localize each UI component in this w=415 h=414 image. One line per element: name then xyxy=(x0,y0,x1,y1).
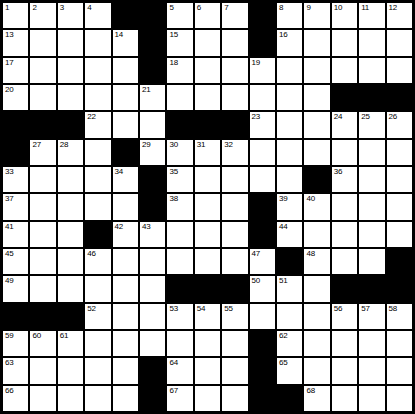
cell-r4c11[interactable] xyxy=(277,85,302,110)
cell-r12c3-black xyxy=(58,304,83,329)
cell-r13c4[interactable] xyxy=(85,331,110,356)
cell-r1c8[interactable]: 6 xyxy=(195,3,220,28)
cell-r10c5[interactable] xyxy=(113,249,138,274)
cell-r14c10-black xyxy=(250,358,275,383)
cell-r15c2[interactable] xyxy=(30,386,55,411)
cell-r10c11-black xyxy=(277,249,302,274)
cell-r2c12[interactable] xyxy=(304,30,329,55)
clue-number-66: 66 xyxy=(5,387,14,395)
cell-r9c9[interactable] xyxy=(222,222,247,247)
cell-r3c1[interactable]: 17 xyxy=(3,58,28,83)
clue-number-17: 17 xyxy=(5,59,14,67)
cell-r10c2[interactable] xyxy=(30,249,55,274)
clue-number-32: 32 xyxy=(224,141,233,149)
cell-r14c14[interactable] xyxy=(359,358,384,383)
cell-r6c3[interactable]: 28 xyxy=(58,140,83,165)
cell-r9c7[interactable] xyxy=(167,222,192,247)
cell-r15c4[interactable] xyxy=(85,386,110,411)
cell-r9c11[interactable]: 44 xyxy=(277,222,302,247)
cell-r8c9[interactable] xyxy=(222,194,247,219)
cell-r14c7[interactable]: 64 xyxy=(167,358,192,383)
clue-number-65: 65 xyxy=(279,359,288,367)
clue-number-21: 21 xyxy=(142,86,151,94)
cell-r1c6-black xyxy=(140,3,165,28)
clue-number-18: 18 xyxy=(169,59,178,67)
cell-r7c11[interactable] xyxy=(277,167,302,192)
cell-r15c9[interactable] xyxy=(222,386,247,411)
clue-number-6: 6 xyxy=(197,4,201,12)
cell-r4c14-black xyxy=(359,85,384,110)
cell-r3c10[interactable]: 19 xyxy=(250,58,275,83)
cell-r14c2[interactable] xyxy=(30,358,55,383)
cell-r9c5[interactable]: 42 xyxy=(113,222,138,247)
cell-r13c13[interactable] xyxy=(332,331,357,356)
cell-r10c12[interactable]: 48 xyxy=(304,249,329,274)
clue-number-12: 12 xyxy=(389,4,398,12)
clue-number-14: 14 xyxy=(115,31,124,39)
cell-r1c1[interactable]: 1 xyxy=(3,3,28,28)
cell-r14c9[interactable] xyxy=(222,358,247,383)
clue-number-53: 53 xyxy=(169,305,178,313)
clue-number-4: 4 xyxy=(87,4,91,12)
cell-r10c9[interactable] xyxy=(222,249,247,274)
clue-number-39: 39 xyxy=(279,195,288,203)
cell-r7c14[interactable] xyxy=(359,167,384,192)
cell-r14c15[interactable] xyxy=(387,358,412,383)
clue-number-62: 62 xyxy=(279,332,288,340)
cell-r10c7[interactable] xyxy=(167,249,192,274)
cell-r8c13[interactable] xyxy=(332,194,357,219)
cell-r11c5[interactable] xyxy=(113,276,138,301)
cell-r13c7[interactable] xyxy=(167,331,192,356)
cell-r3c8[interactable] xyxy=(195,58,220,83)
cell-r1c14[interactable]: 11 xyxy=(359,3,384,28)
cell-r10c4[interactable]: 46 xyxy=(85,249,110,274)
cell-r8c8[interactable] xyxy=(195,194,220,219)
cell-r14c8[interactable] xyxy=(195,358,220,383)
cell-r4c9[interactable] xyxy=(222,85,247,110)
cell-r14c6-black xyxy=(140,358,165,383)
cell-r6c1-black xyxy=(3,140,28,165)
cell-r5c14[interactable]: 25 xyxy=(359,112,384,137)
cell-r14c11[interactable]: 65 xyxy=(277,358,302,383)
cell-r13c8[interactable] xyxy=(195,331,220,356)
cell-r8c5[interactable] xyxy=(113,194,138,219)
clue-number-47: 47 xyxy=(252,250,261,258)
cell-r12c8[interactable]: 54 xyxy=(195,304,220,329)
cell-r13c12[interactable] xyxy=(304,331,329,356)
cell-r9c15[interactable] xyxy=(387,222,412,247)
cell-r5c10[interactable]: 23 xyxy=(250,112,275,137)
cell-r1c13[interactable]: 10 xyxy=(332,3,357,28)
cell-r1c2[interactable]: 2 xyxy=(30,3,55,28)
cell-r1c12[interactable]: 9 xyxy=(304,3,329,28)
cell-r10c15-black xyxy=(387,249,412,274)
cell-r11c10[interactable]: 50 xyxy=(250,276,275,301)
cell-r9c2[interactable] xyxy=(30,222,55,247)
cell-r8c2[interactable] xyxy=(30,194,55,219)
cell-r11c4[interactable] xyxy=(85,276,110,301)
cell-r6c15[interactable] xyxy=(387,140,412,165)
cell-r12c12[interactable] xyxy=(304,304,329,329)
cell-r6c12[interactable] xyxy=(304,140,329,165)
cell-r11c3[interactable] xyxy=(58,276,83,301)
cell-r9c8[interactable] xyxy=(195,222,220,247)
cell-r12c9[interactable]: 55 xyxy=(222,304,247,329)
cell-r2c15[interactable] xyxy=(387,30,412,55)
cell-r15c12[interactable]: 68 xyxy=(304,386,329,411)
cell-r15c6-black xyxy=(140,386,165,411)
cell-r3c3[interactable] xyxy=(58,58,83,83)
cell-r2c14[interactable] xyxy=(359,30,384,55)
cell-r13c2[interactable]: 60 xyxy=(30,331,55,356)
clue-number-29: 29 xyxy=(142,141,151,149)
clue-number-37: 37 xyxy=(5,195,14,203)
cell-r2c2[interactable] xyxy=(30,30,55,55)
cell-r15c14[interactable] xyxy=(359,386,384,411)
cell-r9c13[interactable] xyxy=(332,222,357,247)
cell-r5c12[interactable] xyxy=(304,112,329,137)
cell-r3c4[interactable] xyxy=(85,58,110,83)
cell-r9c14[interactable] xyxy=(359,222,384,247)
clue-number-50: 50 xyxy=(252,277,261,285)
cell-r15c7[interactable]: 67 xyxy=(167,386,192,411)
cell-r12c15[interactable]: 58 xyxy=(387,304,412,329)
clue-number-51: 51 xyxy=(279,277,288,285)
cell-r1c3[interactable]: 3 xyxy=(58,3,83,28)
cell-r11c6[interactable] xyxy=(140,276,165,301)
cell-r14c13[interactable] xyxy=(332,358,357,383)
clue-number-11: 11 xyxy=(361,4,369,12)
cell-r5c2-black xyxy=(30,112,55,137)
cell-r13c15[interactable] xyxy=(387,331,412,356)
cell-r7c3[interactable] xyxy=(58,167,83,192)
cell-r5c11[interactable] xyxy=(277,112,302,137)
cell-r2c8[interactable] xyxy=(195,30,220,55)
cell-r9c3[interactable] xyxy=(58,222,83,247)
clue-number-44: 44 xyxy=(279,223,288,231)
cell-r3c15[interactable] xyxy=(387,58,412,83)
clue-number-40: 40 xyxy=(306,195,315,203)
cell-r7c1[interactable]: 33 xyxy=(3,167,28,192)
clue-number-33: 33 xyxy=(5,168,14,176)
cell-r4c15-black xyxy=(387,85,412,110)
clue-number-64: 64 xyxy=(169,359,178,367)
cell-r8c12[interactable]: 40 xyxy=(304,194,329,219)
clue-number-60: 60 xyxy=(32,332,41,340)
cell-r6c13[interactable] xyxy=(332,140,357,165)
cell-r7c13[interactable]: 36 xyxy=(332,167,357,192)
clue-number-59: 59 xyxy=(5,332,14,340)
clue-number-34: 34 xyxy=(115,168,124,176)
clue-number-28: 28 xyxy=(60,141,69,149)
clue-number-15: 15 xyxy=(169,31,178,39)
clue-number-24: 24 xyxy=(334,113,343,121)
cell-r3c5[interactable] xyxy=(113,58,138,83)
cell-r12c5[interactable] xyxy=(113,304,138,329)
cell-r11c11[interactable]: 51 xyxy=(277,276,302,301)
clue-number-23: 23 xyxy=(252,113,261,121)
clue-number-8: 8 xyxy=(279,4,283,12)
clue-number-58: 58 xyxy=(389,305,398,313)
cell-r3c9[interactable] xyxy=(222,58,247,83)
cell-r5c1-black xyxy=(3,112,28,137)
clue-number-25: 25 xyxy=(361,113,370,121)
clue-number-30: 30 xyxy=(169,141,178,149)
clue-number-54: 54 xyxy=(197,305,206,313)
cell-r7c9[interactable] xyxy=(222,167,247,192)
cell-r12c10[interactable] xyxy=(250,304,275,329)
clue-number-19: 19 xyxy=(252,59,261,67)
clue-number-49: 49 xyxy=(5,277,14,285)
clue-number-22: 22 xyxy=(87,113,96,121)
cell-r12c2-black xyxy=(30,304,55,329)
cell-r10c6[interactable] xyxy=(140,249,165,274)
cell-r14c5[interactable] xyxy=(113,358,138,383)
cell-r13c10-black xyxy=(250,331,275,356)
clue-number-45: 45 xyxy=(5,250,14,258)
cell-r7c7[interactable]: 35 xyxy=(167,167,192,192)
cell-r9c12[interactable] xyxy=(304,222,329,247)
cell-r1c15[interactable]: 12 xyxy=(387,3,412,28)
cell-r6c6[interactable]: 29 xyxy=(140,140,165,165)
cell-r12c11[interactable] xyxy=(277,304,302,329)
cell-r13c9[interactable] xyxy=(222,331,247,356)
clue-number-26: 26 xyxy=(389,113,398,121)
clue-number-1: 1 xyxy=(5,4,9,12)
clue-number-3: 3 xyxy=(60,4,64,12)
cell-r5c4[interactable]: 22 xyxy=(85,112,110,137)
clue-number-16: 16 xyxy=(279,31,288,39)
clue-number-20: 20 xyxy=(5,86,14,94)
clue-number-35: 35 xyxy=(169,168,178,176)
cell-r6c2[interactable]: 27 xyxy=(30,140,55,165)
cell-r2c5[interactable]: 14 xyxy=(113,30,138,55)
cell-r11c12[interactable] xyxy=(304,276,329,301)
cell-r8c14[interactable] xyxy=(359,194,384,219)
cell-r6c8[interactable]: 31 xyxy=(195,140,220,165)
cell-r13c5[interactable] xyxy=(113,331,138,356)
clue-number-57: 57 xyxy=(361,305,370,313)
cell-r2c6-black xyxy=(140,30,165,55)
cell-r2c9[interactable] xyxy=(222,30,247,55)
clue-number-2: 2 xyxy=(32,4,36,12)
cell-r14c12[interactable] xyxy=(304,358,329,383)
cell-r14c1[interactable]: 63 xyxy=(3,358,28,383)
clue-number-56: 56 xyxy=(334,305,343,313)
cell-r8c15[interactable] xyxy=(387,194,412,219)
cell-r15c1[interactable]: 66 xyxy=(3,386,28,411)
cell-r10c3[interactable] xyxy=(58,249,83,274)
cell-r15c3[interactable] xyxy=(58,386,83,411)
cell-r8c7[interactable]: 38 xyxy=(167,194,192,219)
cell-r7c2[interactable] xyxy=(30,167,55,192)
cell-r11c9-black xyxy=(222,276,247,301)
cell-r5c3-black xyxy=(58,112,83,137)
cell-r3c7[interactable]: 18 xyxy=(167,58,192,83)
cell-r1c10-black xyxy=(250,3,275,28)
cell-r12c14[interactable]: 57 xyxy=(359,304,384,329)
crossword-board: 1234567891011121314151617181920212223242… xyxy=(0,0,415,414)
cell-r8c11[interactable]: 39 xyxy=(277,194,302,219)
cell-r15c10-black xyxy=(250,386,275,411)
cell-r6c7[interactable]: 30 xyxy=(167,140,192,165)
clue-number-31: 31 xyxy=(197,141,206,149)
cell-r2c13[interactable] xyxy=(332,30,357,55)
cell-r10c14[interactable] xyxy=(359,249,384,274)
cell-r2c7[interactable]: 15 xyxy=(167,30,192,55)
cell-r7c10[interactable] xyxy=(250,167,275,192)
cell-r6c5-black xyxy=(113,140,138,165)
clue-number-10: 10 xyxy=(334,4,343,12)
clue-number-36: 36 xyxy=(334,168,343,176)
cell-r6c9[interactable]: 32 xyxy=(222,140,247,165)
clue-number-68: 68 xyxy=(306,387,315,395)
cell-r1c5-black xyxy=(113,3,138,28)
cell-r2c3[interactable] xyxy=(58,30,83,55)
clue-number-38: 38 xyxy=(169,195,178,203)
cell-r2c10-black xyxy=(250,30,275,55)
cell-r2c11[interactable]: 16 xyxy=(277,30,302,55)
clue-number-42: 42 xyxy=(115,223,124,231)
cell-r12c7[interactable]: 53 xyxy=(167,304,192,329)
cell-r14c4[interactable] xyxy=(85,358,110,383)
cell-r11c15-black xyxy=(387,276,412,301)
cell-r11c13-black xyxy=(332,276,357,301)
cell-r4c7[interactable] xyxy=(167,85,192,110)
cell-r13c14[interactable] xyxy=(359,331,384,356)
cell-r10c8[interactable] xyxy=(195,249,220,274)
cell-r6c4[interactable] xyxy=(85,140,110,165)
cell-r6c14[interactable] xyxy=(359,140,384,165)
cell-r6c11[interactable] xyxy=(277,140,302,165)
clue-number-55: 55 xyxy=(224,305,233,313)
cell-r11c14-black xyxy=(359,276,384,301)
cell-r1c7[interactable]: 5 xyxy=(167,3,192,28)
clue-number-61: 61 xyxy=(60,332,69,340)
cell-r12c6[interactable] xyxy=(140,304,165,329)
cell-r2c1[interactable]: 13 xyxy=(3,30,28,55)
clue-number-67: 67 xyxy=(169,387,178,395)
cell-r15c8[interactable] xyxy=(195,386,220,411)
cell-r3c12[interactable] xyxy=(304,58,329,83)
cell-r5c9-black xyxy=(222,112,247,137)
cell-r13c11[interactable]: 62 xyxy=(277,331,302,356)
cell-r3c2[interactable] xyxy=(30,58,55,83)
cell-r5c5[interactable] xyxy=(113,112,138,137)
cell-r2c4[interactable] xyxy=(85,30,110,55)
cell-r12c13[interactable]: 56 xyxy=(332,304,357,329)
cell-r11c1[interactable]: 49 xyxy=(3,276,28,301)
cell-r1c9[interactable]: 7 xyxy=(222,3,247,28)
cell-r9c1[interactable]: 41 xyxy=(3,222,28,247)
cell-r8c6-black xyxy=(140,194,165,219)
cell-r4c2[interactable] xyxy=(30,85,55,110)
clue-number-9: 9 xyxy=(306,4,310,12)
cell-r3c13[interactable] xyxy=(332,58,357,83)
cell-r5c7-black xyxy=(167,112,192,137)
cell-r4c10[interactable] xyxy=(250,85,275,110)
cell-r1c4[interactable]: 4 xyxy=(85,3,110,28)
cell-r8c1[interactable]: 37 xyxy=(3,194,28,219)
cell-r10c1[interactable]: 45 xyxy=(3,249,28,274)
cell-r4c12[interactable] xyxy=(304,85,329,110)
cell-r13c3[interactable]: 61 xyxy=(58,331,83,356)
cell-r15c15[interactable] xyxy=(387,386,412,411)
cell-r10c13[interactable] xyxy=(332,249,357,274)
cell-r9c6[interactable]: 43 xyxy=(140,222,165,247)
clue-number-7: 7 xyxy=(224,4,228,12)
clue-number-63: 63 xyxy=(5,359,14,367)
cell-r8c3[interactable] xyxy=(58,194,83,219)
clue-number-5: 5 xyxy=(169,4,173,12)
cell-r7c6-black xyxy=(140,167,165,192)
cell-r4c1[interactable]: 20 xyxy=(3,85,28,110)
cell-r1c11[interactable]: 8 xyxy=(277,3,302,28)
cell-r12c1-black xyxy=(3,304,28,329)
cell-r7c15[interactable] xyxy=(387,167,412,192)
clue-number-27: 27 xyxy=(32,141,41,149)
crossword-grid: 1234567891011121314151617181920212223242… xyxy=(0,0,415,414)
clue-number-43: 43 xyxy=(142,223,151,231)
cell-r7c12-black xyxy=(304,167,329,192)
cell-r8c4[interactable] xyxy=(85,194,110,219)
clue-number-13: 13 xyxy=(5,31,14,39)
cell-r11c7-black xyxy=(167,276,192,301)
cell-r4c3[interactable] xyxy=(58,85,83,110)
clue-number-41: 41 xyxy=(5,223,14,231)
cell-r15c11-black xyxy=(277,386,302,411)
cell-r5c15[interactable]: 26 xyxy=(387,112,412,137)
cell-r3c6-black xyxy=(140,58,165,83)
cell-r6c10[interactable] xyxy=(250,140,275,165)
cell-r11c8-black xyxy=(195,276,220,301)
cell-r7c5[interactable]: 34 xyxy=(113,167,138,192)
cell-r7c8[interactable] xyxy=(195,167,220,192)
cell-r13c6[interactable] xyxy=(140,331,165,356)
cell-r8c10-black xyxy=(250,194,275,219)
cell-r4c5[interactable] xyxy=(113,85,138,110)
cell-r5c6[interactable] xyxy=(140,112,165,137)
cell-r9c4-black xyxy=(85,222,110,247)
cell-r5c8-black xyxy=(195,112,220,137)
clue-number-52: 52 xyxy=(87,305,96,313)
cell-r11c2[interactable] xyxy=(30,276,55,301)
cell-r14c3[interactable] xyxy=(58,358,83,383)
cell-r4c8[interactable] xyxy=(195,85,220,110)
cell-r3c14[interactable] xyxy=(359,58,384,83)
cell-r12c4[interactable]: 52 xyxy=(85,304,110,329)
cell-r15c13[interactable] xyxy=(332,386,357,411)
cell-r3c11[interactable] xyxy=(277,58,302,83)
cell-r4c6[interactable]: 21 xyxy=(140,85,165,110)
clue-number-48: 48 xyxy=(306,250,315,258)
clue-number-46: 46 xyxy=(87,250,96,258)
cell-r10c10[interactable]: 47 xyxy=(250,249,275,274)
cell-r7c4[interactable] xyxy=(85,167,110,192)
cell-r9c10-black xyxy=(250,222,275,247)
cell-r4c13-black xyxy=(332,85,357,110)
cell-r4c4[interactable] xyxy=(85,85,110,110)
cell-r13c1[interactable]: 59 xyxy=(3,331,28,356)
cell-r15c5[interactable] xyxy=(113,386,138,411)
cell-r5c13[interactable]: 24 xyxy=(332,112,357,137)
